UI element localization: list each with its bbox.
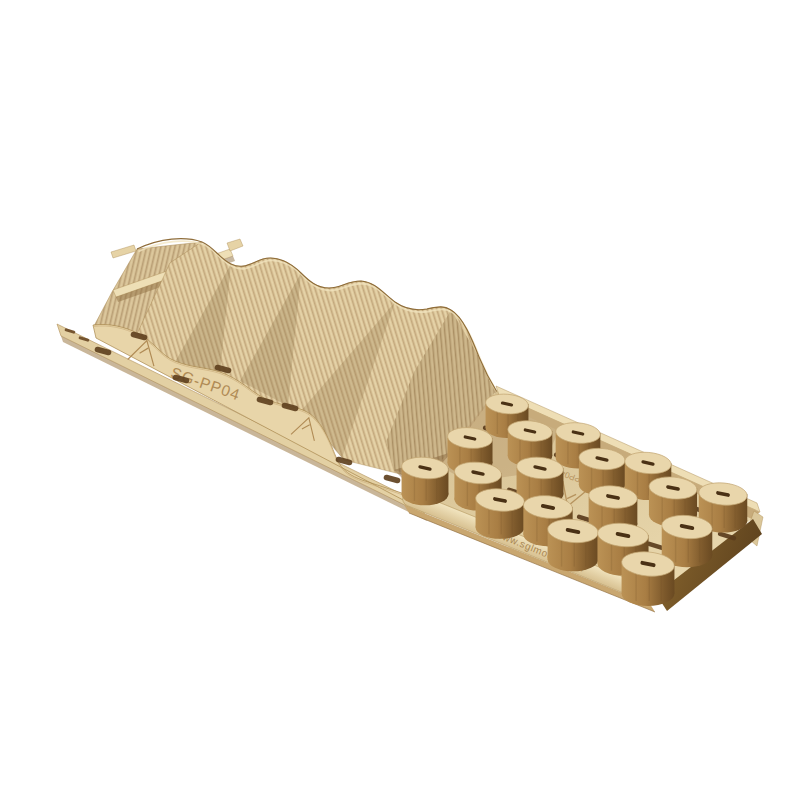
- peg: [547, 517, 600, 571]
- peg: [401, 455, 450, 505]
- peg: [475, 487, 526, 539]
- peg: [621, 550, 676, 606]
- wooden-model-illustration: SG-PP04 www.sglmodel.com SG-PP04: [0, 0, 800, 800]
- slot-cutout: [383, 474, 401, 484]
- product-photo-canvas: SG-PP04 www.sglmodel.com SG-PP04: [0, 0, 800, 800]
- back-wall-tab: [111, 245, 136, 258]
- back-stringer-end-tab: [227, 239, 243, 251]
